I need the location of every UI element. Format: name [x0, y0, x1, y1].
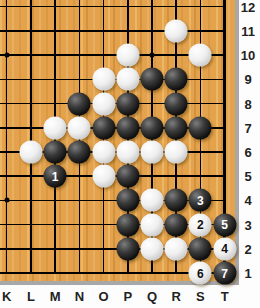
black-stone-T3: 5: [213, 213, 236, 236]
coord-number-10: 10: [241, 48, 255, 63]
black-stone-P8: [116, 92, 139, 115]
white-stone-L6: [19, 141, 42, 164]
white-stone-R6: [165, 141, 188, 164]
grid-line-vertical-L: [30, 0, 32, 274]
coord-letter-R: R: [172, 289, 181, 304]
white-stone-S1: 6: [189, 262, 212, 285]
grid-line-row-11: [0, 30, 226, 32]
grid-line-row-12: [0, 6, 226, 8]
black-stone-R3: [165, 213, 188, 236]
black-stone-R8: [165, 92, 188, 115]
black-stone-S7: [189, 116, 212, 139]
white-stone-R11: [165, 19, 188, 42]
white-stone-S3: 2: [189, 213, 212, 236]
white-stone-R2: [165, 237, 188, 260]
move-number-label: 3: [197, 194, 204, 206]
star-point-K4: [4, 198, 9, 203]
coord-letter-Q: Q: [147, 289, 157, 304]
star-point-Q10: [150, 53, 155, 58]
page: 1325467 KLMNOPQRST 121110987654321: [0, 0, 260, 308]
coord-number-11: 11: [241, 23, 255, 38]
black-stone-P4: [116, 189, 139, 212]
coord-number-7: 7: [244, 120, 251, 135]
coord-letter-K: K: [2, 289, 11, 304]
black-stone-R4: [165, 189, 188, 212]
white-stone-Q4: [141, 189, 164, 212]
white-stone-O6: [92, 141, 115, 164]
coord-letter-M: M: [50, 289, 61, 304]
coord-number-12: 12: [241, 0, 255, 14]
white-stone-O5: [92, 165, 115, 188]
go-board[interactable]: 1325467: [0, 0, 239, 285]
black-stone-R9: [165, 68, 188, 91]
white-stone-O9: [92, 68, 115, 91]
white-stone-T2: 4: [213, 237, 236, 260]
black-stone-Q9: [141, 68, 164, 91]
move-number-label: 5: [221, 219, 228, 231]
white-stone-S10: [189, 44, 212, 67]
coord-number-8: 8: [244, 96, 251, 111]
black-stone-N8: [68, 92, 91, 115]
move-number-label: 1: [52, 170, 59, 182]
move-number-label: 6: [197, 267, 204, 279]
coord-letter-P: P: [123, 289, 132, 304]
coord-letter-N: N: [75, 289, 84, 304]
black-stone-P3: [116, 213, 139, 236]
white-stone-N7: [68, 116, 91, 139]
coord-number-4: 4: [244, 193, 251, 208]
move-number-label: 7: [221, 267, 228, 279]
white-stone-Q6: [141, 141, 164, 164]
coord-number-1: 1: [244, 266, 251, 281]
coord-number-3: 3: [244, 217, 251, 232]
move-number-label: 4: [221, 243, 228, 255]
coord-number-2: 2: [244, 241, 251, 256]
star-point-K10: [4, 53, 9, 58]
black-stone-S4: 3: [189, 189, 212, 212]
black-stone-P7: [116, 116, 139, 139]
white-stone-Q3: [141, 213, 164, 236]
coord-letter-T: T: [221, 289, 229, 304]
white-stone-P10: [116, 44, 139, 67]
white-stone-O8: [92, 92, 115, 115]
black-stone-T1: 7: [213, 262, 236, 285]
coord-number-9: 9: [244, 72, 251, 87]
white-stone-Q2: [141, 237, 164, 260]
white-stone-P9: [116, 68, 139, 91]
black-stone-R7: [165, 116, 188, 139]
grid-line-vertical-K: [6, 0, 8, 274]
black-stone-O7: [92, 116, 115, 139]
coord-letter-S: S: [196, 289, 205, 304]
coord-number-6: 6: [244, 145, 251, 160]
white-stone-M7: [44, 116, 67, 139]
move-number-label: 2: [197, 219, 204, 231]
black-stone-P5: [116, 165, 139, 188]
black-stone-M5: 1: [44, 165, 67, 188]
black-stone-S2: [189, 237, 212, 260]
coord-letter-O: O: [99, 289, 109, 304]
white-stone-P6: [116, 141, 139, 164]
coord-number-5: 5: [244, 169, 251, 184]
black-stone-M6: [44, 141, 67, 164]
coord-letter-L: L: [27, 289, 35, 304]
black-stone-N6: [68, 141, 91, 164]
black-stone-P2: [116, 237, 139, 260]
black-stone-Q7: [141, 116, 164, 139]
